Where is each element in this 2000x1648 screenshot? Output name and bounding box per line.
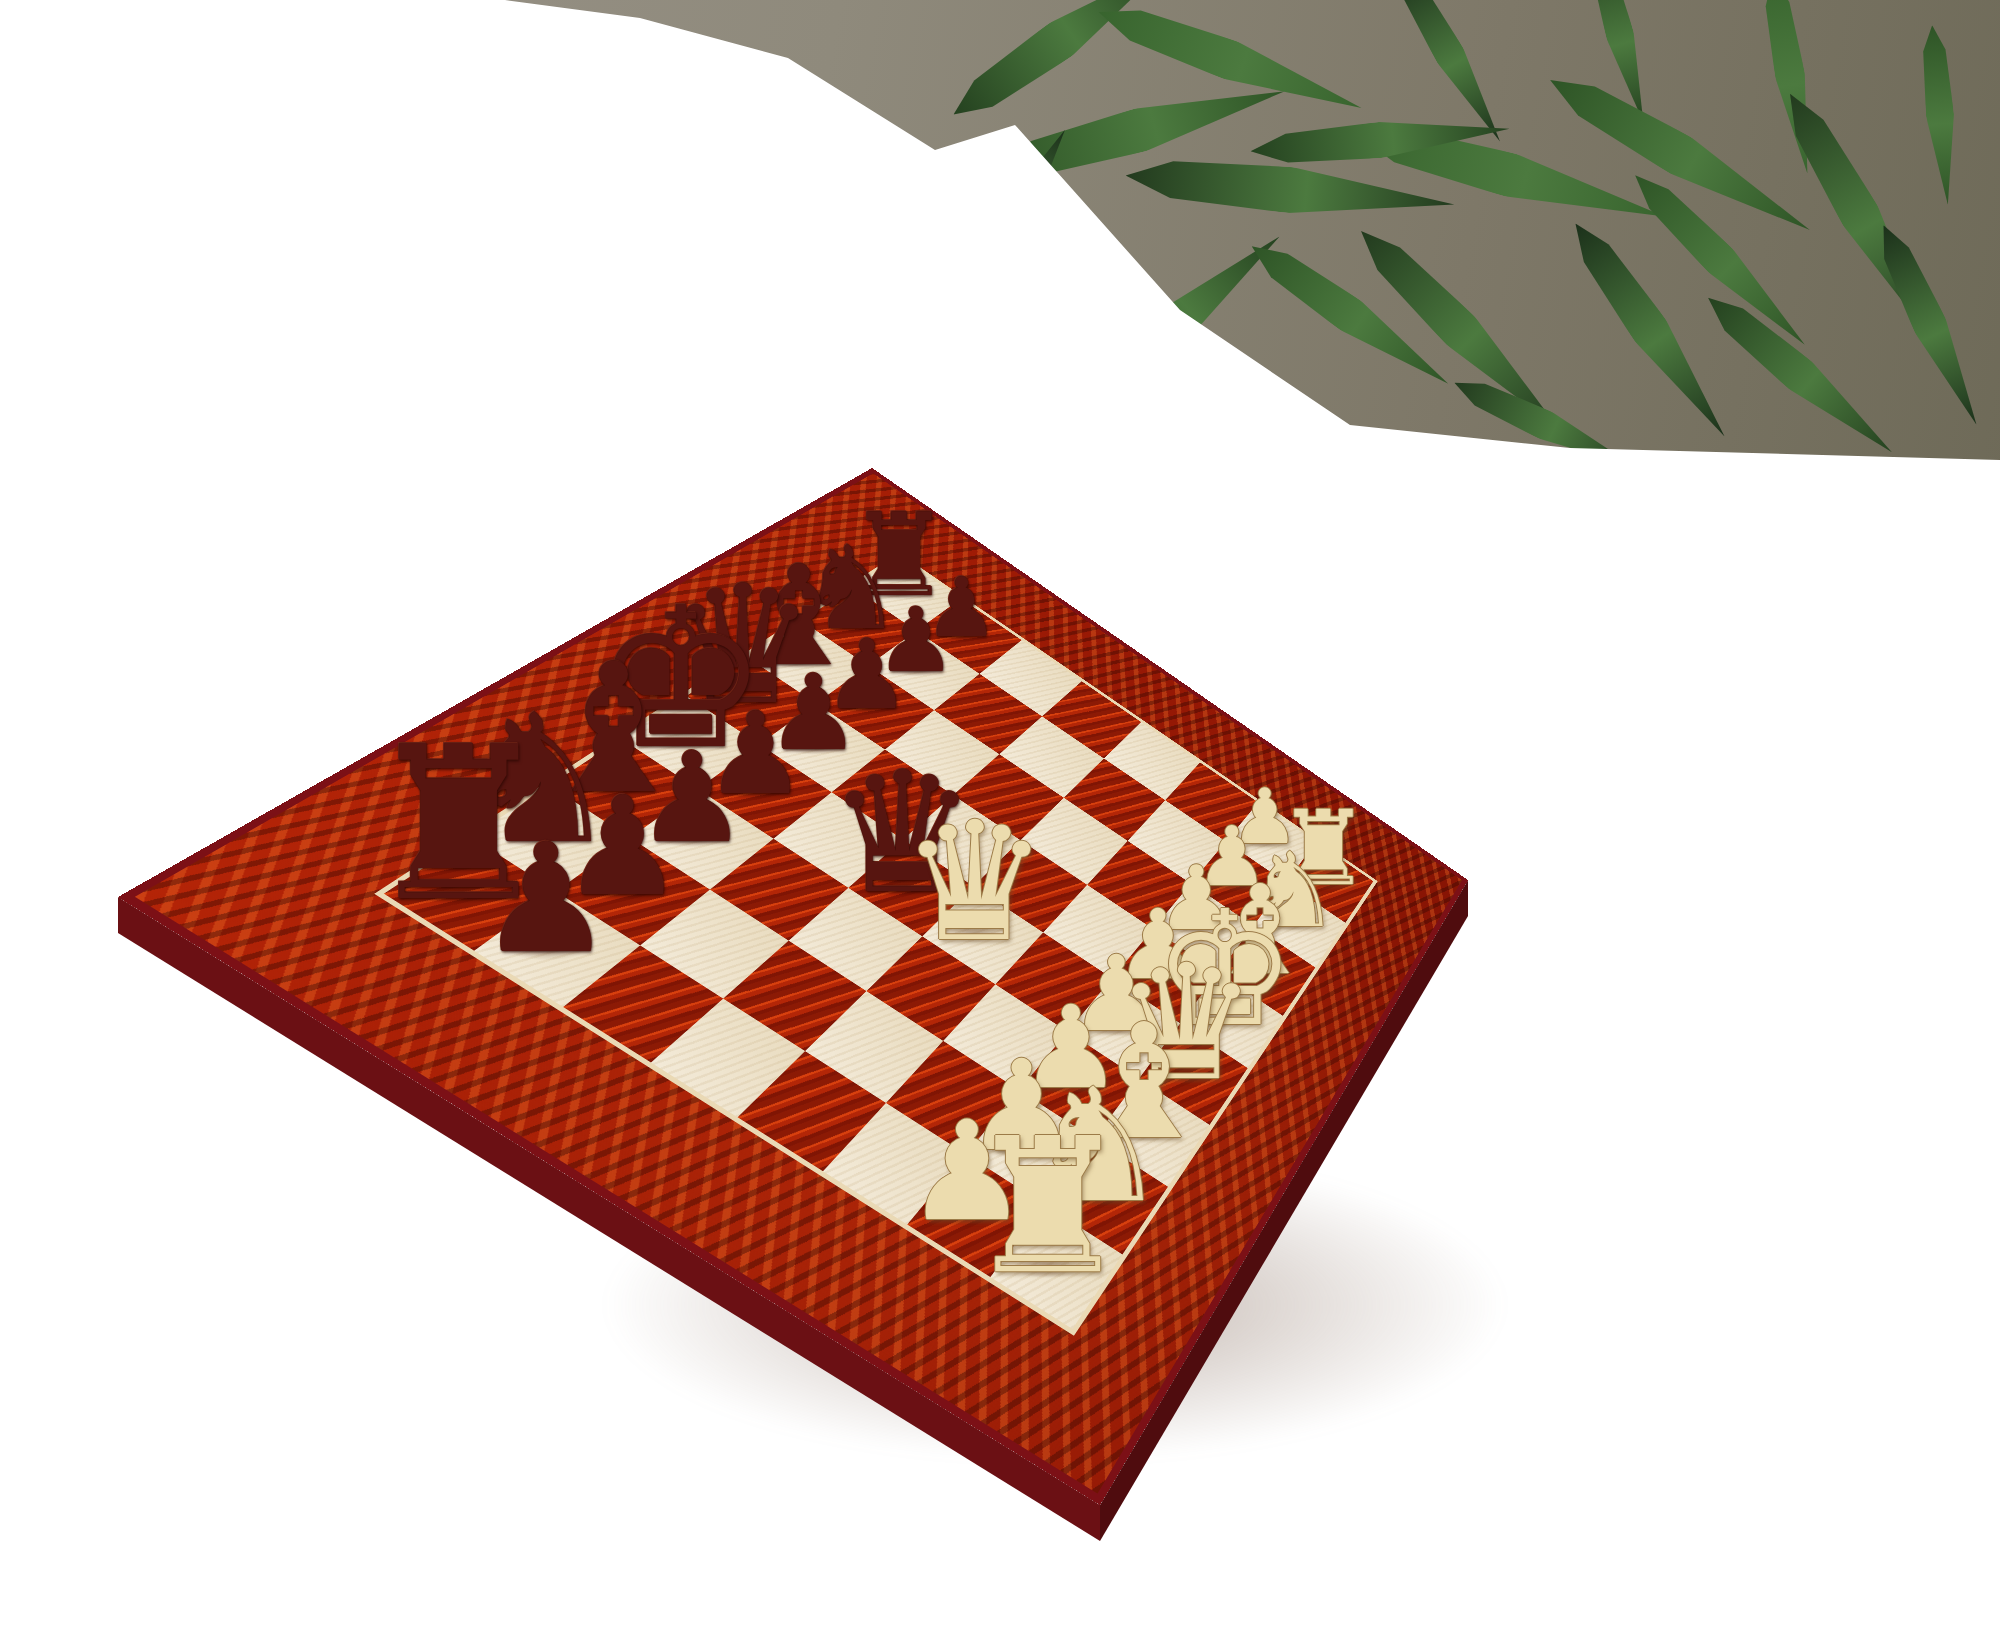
photo-scene: ♜♞♟♝♟♛♟♚♟♝♟♞♟♟♜♟♛♟♜♞♟♛♟♝♟♚♟♛♟♝♟♞♟♜ (0, 0, 2000, 1648)
dark-pawn-a7: ♟ (479, 824, 615, 975)
light-queen-d4: ♛ (901, 800, 1049, 965)
light-rook-a1: ♜ (964, 1115, 1131, 1301)
